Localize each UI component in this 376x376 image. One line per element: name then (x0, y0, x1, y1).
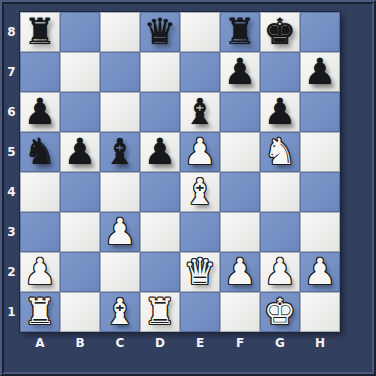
square-b6[interactable] (60, 92, 100, 132)
piece-black-queen[interactable]: ♛ (140, 12, 180, 52)
square-b7[interactable] (60, 52, 100, 92)
square-e5[interactable]: ♟ (180, 132, 220, 172)
file-label-e: E (180, 333, 220, 353)
square-g8[interactable]: ♚ (260, 12, 300, 52)
piece-white-knight[interactable]: ♞ (260, 132, 300, 172)
square-b2[interactable] (60, 252, 100, 292)
piece-black-pawn[interactable]: ♟ (60, 132, 100, 172)
square-f1[interactable] (220, 292, 260, 332)
square-e2[interactable]: ♛ (180, 252, 220, 292)
square-h6[interactable] (300, 92, 340, 132)
square-a8[interactable]: ♜ (20, 12, 60, 52)
piece-black-rook[interactable]: ♜ (20, 12, 60, 52)
square-f2[interactable]: ♟ (220, 252, 260, 292)
rank-label-1: 1 (4, 292, 19, 332)
square-b5[interactable]: ♟ (60, 132, 100, 172)
square-c8[interactable] (100, 12, 140, 52)
piece-black-rook[interactable]: ♜ (220, 12, 260, 52)
square-g5[interactable]: ♞ (260, 132, 300, 172)
file-label-b: B (60, 333, 100, 353)
square-a2[interactable]: ♟ (20, 252, 60, 292)
piece-white-pawn[interactable]: ♟ (260, 252, 300, 292)
file-label-c: C (100, 333, 140, 353)
square-f8[interactable]: ♜ (220, 12, 260, 52)
square-h4[interactable] (300, 172, 340, 212)
square-b8[interactable] (60, 12, 100, 52)
piece-white-pawn[interactable]: ♟ (300, 252, 340, 292)
square-h3[interactable] (300, 212, 340, 252)
piece-white-pawn[interactable]: ♟ (100, 212, 140, 252)
square-a5[interactable]: ♞ (20, 132, 60, 172)
square-c6[interactable] (100, 92, 140, 132)
square-c5[interactable]: ♝ (100, 132, 140, 172)
rank-label-3: 3 (4, 212, 19, 252)
square-b4[interactable] (60, 172, 100, 212)
square-c7[interactable] (100, 52, 140, 92)
square-g3[interactable] (260, 212, 300, 252)
square-d6[interactable] (140, 92, 180, 132)
file-label-d: D (140, 333, 180, 353)
piece-black-pawn[interactable]: ♟ (220, 52, 260, 92)
square-e1[interactable] (180, 292, 220, 332)
piece-white-bishop[interactable]: ♝ (180, 172, 220, 212)
square-a4[interactable] (20, 172, 60, 212)
square-g7[interactable] (260, 52, 300, 92)
file-label-g: G (260, 333, 300, 353)
square-h8[interactable] (300, 12, 340, 52)
piece-black-pawn[interactable]: ♟ (260, 92, 300, 132)
piece-white-king[interactable]: ♚ (260, 292, 300, 332)
square-b3[interactable] (60, 212, 100, 252)
chess-board: ♜♛♜♚♟♟♟♝♟♞♟♝♟♟♞♝♟♟♛♟♟♟♜♝♜♚ (20, 12, 340, 332)
square-d2[interactable] (140, 252, 180, 292)
square-f7[interactable]: ♟ (220, 52, 260, 92)
piece-white-queen[interactable]: ♛ (180, 252, 220, 292)
rank-label-2: 2 (4, 252, 19, 292)
square-g1[interactable]: ♚ (260, 292, 300, 332)
piece-black-pawn[interactable]: ♟ (300, 52, 340, 92)
square-f5[interactable] (220, 132, 260, 172)
piece-white-pawn[interactable]: ♟ (220, 252, 260, 292)
piece-black-bishop[interactable]: ♝ (180, 92, 220, 132)
square-a6[interactable]: ♟ (20, 92, 60, 132)
square-a3[interactable] (20, 212, 60, 252)
square-g4[interactable] (260, 172, 300, 212)
file-label-a: A (20, 333, 60, 353)
piece-white-pawn[interactable]: ♟ (20, 252, 60, 292)
square-e3[interactable] (180, 212, 220, 252)
square-e6[interactable]: ♝ (180, 92, 220, 132)
square-c3[interactable]: ♟ (100, 212, 140, 252)
piece-black-pawn[interactable]: ♟ (20, 92, 60, 132)
rank-label-4: 4 (4, 172, 19, 212)
file-label-f: F (220, 333, 260, 353)
square-c2[interactable] (100, 252, 140, 292)
square-d1[interactable]: ♜ (140, 292, 180, 332)
piece-white-rook[interactable]: ♜ (20, 292, 60, 332)
square-e7[interactable] (180, 52, 220, 92)
piece-black-pawn[interactable]: ♟ (140, 132, 180, 172)
square-d8[interactable]: ♛ (140, 12, 180, 52)
chess-board-window: 87654321 ♜♛♜♚♟♟♟♝♟♞♟♝♟♟♞♝♟♟♛♟♟♟♜♝♜♚ ABCD… (0, 0, 376, 376)
square-h7[interactable]: ♟ (300, 52, 340, 92)
piece-white-rook[interactable]: ♜ (140, 292, 180, 332)
square-d7[interactable] (140, 52, 180, 92)
piece-black-knight[interactable]: ♞ (20, 132, 60, 172)
square-e8[interactable] (180, 12, 220, 52)
piece-white-bishop[interactable]: ♝ (100, 292, 140, 332)
square-e4[interactable]: ♝ (180, 172, 220, 212)
square-h5[interactable] (300, 132, 340, 172)
square-f3[interactable] (220, 212, 260, 252)
rank-label-5: 5 (4, 132, 19, 172)
square-a7[interactable] (20, 52, 60, 92)
file-label-h: H (300, 333, 340, 353)
square-d3[interactable] (140, 212, 180, 252)
square-c4[interactable] (100, 172, 140, 212)
square-a1[interactable]: ♜ (20, 292, 60, 332)
square-g2[interactable]: ♟ (260, 252, 300, 292)
square-g6[interactable]: ♟ (260, 92, 300, 132)
square-b1[interactable] (60, 292, 100, 332)
rank-label-8: 8 (4, 12, 19, 52)
piece-white-pawn[interactable]: ♟ (180, 132, 220, 172)
square-h1[interactable] (300, 292, 340, 332)
piece-black-bishop[interactable]: ♝ (100, 132, 140, 172)
square-d4[interactable] (140, 172, 180, 212)
square-f6[interactable] (220, 92, 260, 132)
rank-label-7: 7 (4, 52, 19, 92)
square-f4[interactable] (220, 172, 260, 212)
square-c1[interactable]: ♝ (100, 292, 140, 332)
square-d5[interactable]: ♟ (140, 132, 180, 172)
piece-black-king[interactable]: ♚ (260, 12, 300, 52)
rank-label-6: 6 (4, 92, 19, 132)
square-h2[interactable]: ♟ (300, 252, 340, 292)
